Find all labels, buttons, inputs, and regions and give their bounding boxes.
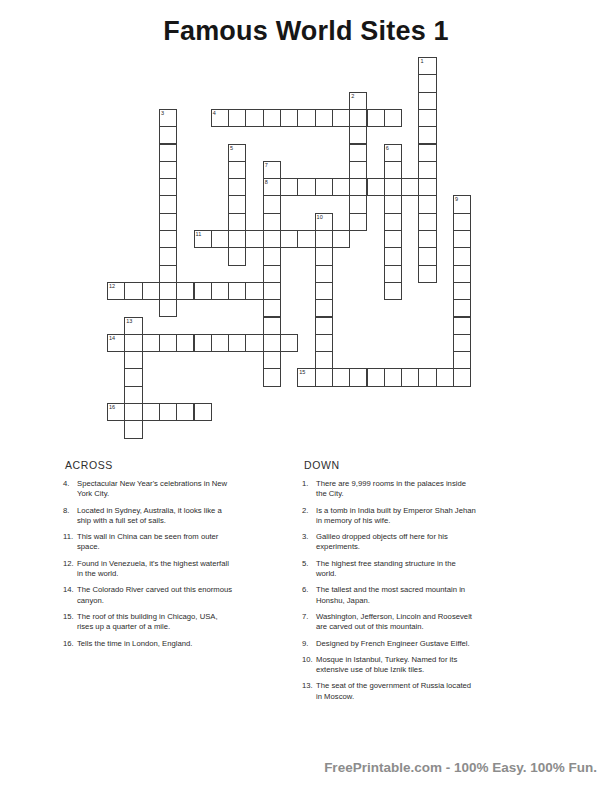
cell-number: 16 — [109, 404, 115, 410]
grid-cell — [263, 317, 281, 335]
grid-cell — [315, 299, 333, 317]
grid-cell — [315, 178, 333, 196]
cell-number: 2 — [351, 93, 354, 99]
clue-item: 7.Washington, Jefferson, Lincoln and Roo… — [302, 612, 560, 633]
clue-item-number: 12. — [63, 559, 74, 580]
clue-item-number: 11. — [63, 532, 74, 553]
grid-cell — [228, 178, 246, 196]
grid-cell — [418, 74, 436, 92]
grid-cell: 6 — [384, 144, 402, 162]
grid-cell — [159, 282, 177, 300]
grid-cell — [418, 92, 436, 110]
grid-cell — [401, 178, 419, 196]
grid-cell — [384, 282, 402, 300]
grid-cell — [297, 230, 315, 248]
grid-cell — [159, 161, 177, 179]
grid-cell — [315, 317, 333, 335]
grid-cell — [453, 299, 471, 317]
grid-cell — [418, 161, 436, 179]
cell-number: 11 — [196, 231, 202, 237]
grid-cell — [367, 178, 385, 196]
grid-cell — [159, 213, 177, 231]
grid-cell — [228, 213, 246, 231]
grid-cell — [124, 386, 142, 404]
clue-item: 13.The seat of the government of Russia … — [302, 681, 560, 702]
clue-item: 2.Is a tomb in India built by Emperor Sh… — [302, 506, 560, 527]
grid-cell — [349, 161, 367, 179]
grid-cell — [159, 403, 177, 421]
grid-cell — [418, 247, 436, 265]
branding-footer: FreePrintable.com - 100% Easy. 100% Fun. — [324, 760, 597, 775]
clue-item-text: Spectacular New Year's celebrations in N… — [77, 479, 227, 500]
down-clues-section: DOWN 1.There are 9,999 rooms in the pala… — [302, 459, 560, 708]
grid-cell — [228, 282, 246, 300]
grid-cell — [159, 126, 177, 144]
grid-cell: 1 — [418, 57, 436, 75]
grid-cell — [142, 403, 160, 421]
grid-cell — [401, 368, 419, 386]
grid-cell — [176, 403, 194, 421]
cell-number: 8 — [265, 179, 268, 185]
grid-cell — [142, 334, 160, 352]
clue-item-text: Galileo dropped objects off here for his… — [316, 532, 448, 553]
grid-cell — [263, 368, 281, 386]
grid-cell — [159, 144, 177, 162]
cell-number: 13 — [126, 318, 132, 324]
grid-cell — [384, 195, 402, 213]
grid-cell — [159, 299, 177, 317]
clue-item-number: 13. — [302, 681, 313, 702]
grid-cell — [124, 420, 142, 438]
grid-cell — [453, 317, 471, 335]
grid-cell — [124, 403, 142, 421]
grid-cell: 12 — [107, 282, 125, 300]
clue-item-number: 16. — [63, 639, 74, 649]
clue-item-text: Found in Venezuela, it's the highest wat… — [77, 559, 229, 580]
grid-cell — [194, 282, 212, 300]
clue-item-text: Washington, Jefferson, Lincoln and Roose… — [316, 612, 472, 633]
clue-item-number: 2. — [302, 506, 313, 527]
page-title: Famous World Sites 1 — [0, 16, 612, 47]
clue-item-number: 6. — [302, 585, 313, 606]
grid-cell — [280, 178, 298, 196]
grid-cell — [194, 403, 212, 421]
cell-number: 6 — [386, 145, 389, 151]
clue-item: 5.The highest free standing structure in… — [302, 559, 560, 580]
clue-item-number: 5. — [302, 559, 313, 580]
clue-item-number: 8. — [63, 506, 74, 527]
grid-cell — [349, 195, 367, 213]
grid-cell — [263, 247, 281, 265]
grid-cell — [384, 213, 402, 231]
grid-cell: 13 — [124, 317, 142, 335]
crossword-grid: 12345678910111213141516 — [107, 57, 471, 438]
clue-item-text: Located in Sydney, Australia, it looks l… — [77, 506, 222, 527]
grid-cell — [211, 282, 229, 300]
grid-cell — [349, 144, 367, 162]
grid-cell: 2 — [349, 92, 367, 110]
grid-cell — [332, 109, 350, 127]
cell-number: 3 — [161, 110, 164, 116]
grid-cell — [263, 265, 281, 283]
clue-item-text: The Colorado River carved out this enorm… — [77, 585, 232, 606]
grid-cell — [280, 109, 298, 127]
grid-cell — [453, 282, 471, 300]
grid-cell — [315, 230, 333, 248]
clue-item: 15.The roof of this building in Chicago,… — [63, 612, 301, 633]
grid-cell: 7 — [263, 161, 281, 179]
grid-cell — [263, 195, 281, 213]
clue-item-text: The seat of the government of Russia loc… — [316, 681, 471, 702]
grid-cell: 4 — [211, 109, 229, 127]
clue-item-text: There are 9,999 rooms in the palaces ins… — [316, 479, 466, 500]
cell-number: 14 — [109, 335, 115, 341]
printable-page: Famous World Sites 1 1234567891011121314… — [0, 0, 612, 792]
grid-cell — [418, 213, 436, 231]
grid-cell: 3 — [159, 109, 177, 127]
clue-item-text: This wall in China can be seen from oute… — [77, 532, 218, 553]
clue-item-text: Mosque in Istanbul, Turkey. Named for it… — [316, 655, 457, 676]
clue-item: 14.The Colorado River carved out this en… — [63, 585, 301, 606]
grid-cell — [384, 178, 402, 196]
grid-cell — [315, 109, 333, 127]
grid-cell — [349, 109, 367, 127]
grid-cell — [245, 334, 263, 352]
grid-cell — [384, 161, 402, 179]
grid-cell — [159, 334, 177, 352]
grid-cell — [124, 282, 142, 300]
clue-item-text: The tallest and the most sacred mountain… — [316, 585, 465, 606]
grid-cell — [228, 195, 246, 213]
grid-cell — [263, 230, 281, 248]
clue-item: 8.Located in Sydney, Australia, it looks… — [63, 506, 301, 527]
clue-item-number: 3. — [302, 532, 313, 553]
clue-item-text: Designed by French Engineer Gustave Eiff… — [316, 639, 470, 649]
clue-item-text: Is a tomb in India built by Emperor Shah… — [316, 506, 476, 527]
grid-cell — [418, 230, 436, 248]
grid-cell — [332, 368, 350, 386]
down-clue-list: 1.There are 9,999 rooms in the palaces i… — [302, 479, 560, 702]
grid-cell — [124, 368, 142, 386]
clue-item-text: The highest free standing structure in t… — [316, 559, 456, 580]
cell-number: 15 — [299, 369, 305, 375]
grid-cell — [332, 230, 350, 248]
grid-cell: 8 — [263, 178, 281, 196]
grid-cell — [211, 334, 229, 352]
grid-cell — [297, 109, 315, 127]
grid-cell — [263, 109, 281, 127]
grid-cell — [315, 282, 333, 300]
grid-cell — [228, 230, 246, 248]
grid-cell — [211, 230, 229, 248]
grid-cell — [436, 368, 454, 386]
grid-cell: 5 — [228, 144, 246, 162]
grid-cell — [124, 351, 142, 369]
grid-cell — [418, 195, 436, 213]
grid-cell — [228, 334, 246, 352]
grid-cell — [384, 109, 402, 127]
grid-cell — [245, 282, 263, 300]
across-clue-list: 4.Spectacular New Year's celebrations in… — [63, 479, 301, 649]
grid-cell — [332, 178, 350, 196]
grid-cell — [280, 334, 298, 352]
grid-cell: 9 — [453, 195, 471, 213]
grid-cell — [159, 178, 177, 196]
grid-cell: 10 — [315, 213, 333, 231]
clue-item: 12.Found in Venezuela, it's the highest … — [63, 559, 301, 580]
down-header: DOWN — [304, 459, 560, 471]
clue-item-number: 4. — [63, 479, 74, 500]
grid-cell — [263, 213, 281, 231]
grid-cell — [228, 247, 246, 265]
grid-cell — [263, 282, 281, 300]
clue-item-number: 10. — [302, 655, 313, 676]
clue-item: 1.There are 9,999 rooms in the palaces i… — [302, 479, 560, 500]
grid-cell: 15 — [297, 368, 315, 386]
clue-item: 6.The tallest and the most sacred mounta… — [302, 585, 560, 606]
grid-cell — [367, 368, 385, 386]
grid-cell — [228, 109, 246, 127]
grid-cell — [453, 265, 471, 283]
grid-cell — [349, 178, 367, 196]
clue-item-text: The roof of this building in Chicago, US… — [77, 612, 218, 633]
grid-cell: 16 — [107, 403, 125, 421]
clue-item-number: 14. — [63, 585, 74, 606]
grid-cell — [384, 368, 402, 386]
grid-cell — [263, 299, 281, 317]
clue-item-number: 1. — [302, 479, 313, 500]
grid-cell: 14 — [107, 334, 125, 352]
grid-cell — [453, 368, 471, 386]
grid-cell — [418, 144, 436, 162]
grid-cell — [159, 230, 177, 248]
grid-cell — [418, 178, 436, 196]
grid-cell — [245, 109, 263, 127]
grid-cell — [159, 247, 177, 265]
grid-cell — [315, 368, 333, 386]
clue-item: 11.This wall in China can be seen from o… — [63, 532, 301, 553]
grid-cell — [384, 265, 402, 283]
clue-item-number: 15. — [63, 612, 74, 633]
grid-cell — [159, 195, 177, 213]
grid-cell — [453, 334, 471, 352]
grid-cell — [453, 247, 471, 265]
grid-cell — [367, 109, 385, 127]
clue-item-number: 7. — [302, 612, 313, 633]
clue-item-text: Tells the time in London, England. — [77, 639, 192, 649]
grid-cell — [263, 351, 281, 369]
cell-number: 12 — [109, 283, 115, 289]
grid-cell — [315, 351, 333, 369]
grid-cell — [142, 282, 160, 300]
clue-item: 9.Designed by French Engineer Gustave Ei… — [302, 639, 560, 649]
grid-cell — [418, 265, 436, 283]
grid-cell: 11 — [194, 230, 212, 248]
grid-cell — [418, 126, 436, 144]
cell-number: 1 — [420, 58, 423, 64]
cell-number: 4 — [213, 110, 216, 116]
grid-cell — [124, 334, 142, 352]
grid-cell — [418, 109, 436, 127]
grid-cell — [280, 230, 298, 248]
cell-number: 7 — [265, 162, 268, 168]
grid-cell — [228, 161, 246, 179]
clue-item: 10.Mosque in Istanbul, Turkey. Named for… — [302, 655, 560, 676]
clue-item: 16.Tells the time in London, England. — [63, 639, 301, 649]
grid-cell — [384, 247, 402, 265]
grid-cell — [453, 213, 471, 231]
grid-cell — [263, 334, 281, 352]
grid-cell — [194, 334, 212, 352]
clue-item: 3.Galileo dropped objects off here for h… — [302, 532, 560, 553]
grid-cell — [176, 282, 194, 300]
cell-number: 9 — [455, 196, 458, 202]
grid-cell — [418, 368, 436, 386]
grid-cell — [245, 230, 263, 248]
grid-cell — [349, 213, 367, 231]
cell-number: 5 — [230, 145, 233, 151]
grid-cell — [453, 351, 471, 369]
grid-cell — [297, 178, 315, 196]
grid-cell — [384, 230, 402, 248]
clue-item-number: 9. — [302, 639, 313, 649]
clue-item: 4.Spectacular New Year's celebrations in… — [63, 479, 301, 500]
grid-cell — [176, 334, 194, 352]
grid-cell — [453, 230, 471, 248]
grid-cell — [349, 368, 367, 386]
grid-cell — [159, 265, 177, 283]
cell-number: 10 — [317, 214, 323, 220]
across-clues-section: ACROSS 4.Spectacular New Year's celebrat… — [63, 459, 301, 655]
grid-cell — [315, 247, 333, 265]
grid-cell — [315, 334, 333, 352]
grid-cell — [315, 265, 333, 283]
across-header: ACROSS — [65, 459, 301, 471]
grid-cell — [349, 126, 367, 144]
